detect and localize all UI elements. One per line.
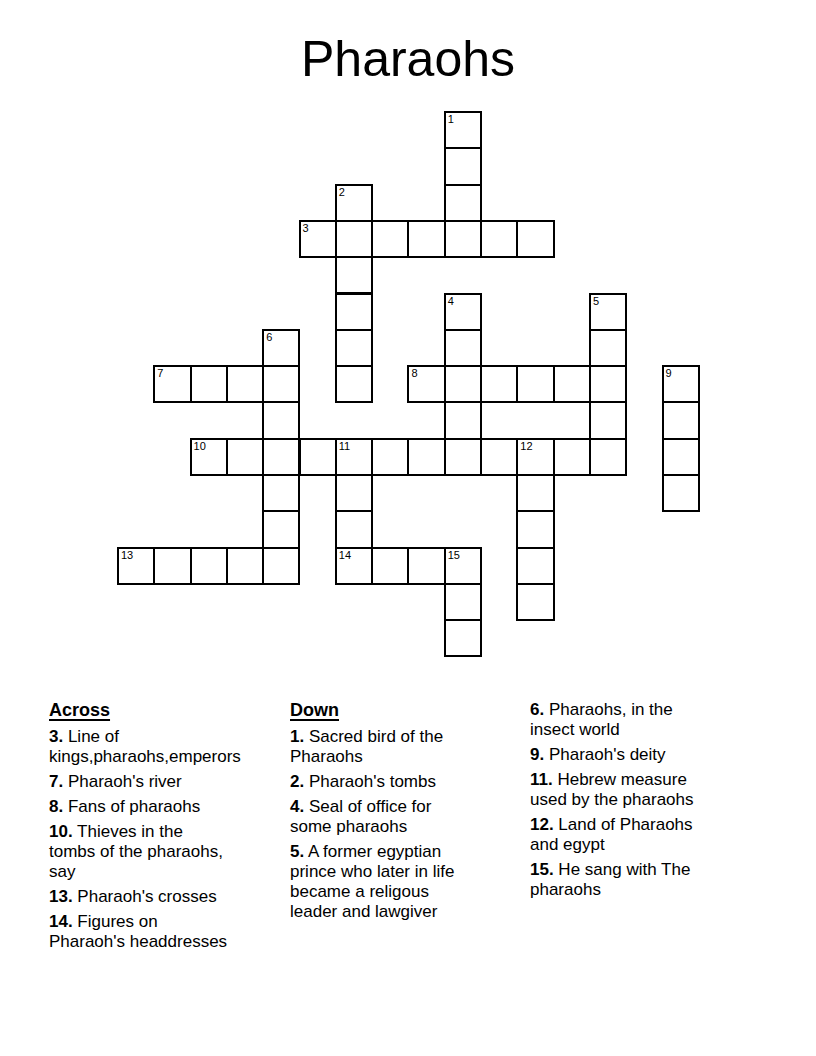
grid-cell[interactable] xyxy=(335,474,373,512)
down-clues-list-2: 6. Pharaohs, in the insect world9. Phara… xyxy=(530,700,705,900)
crossword-worksheet-page: Pharaohs 123456789101112131415 Across 3.… xyxy=(0,0,816,1056)
grid-cell[interactable] xyxy=(516,220,554,258)
cell-number: 11 xyxy=(339,440,350,453)
grid-cell[interactable]: 12 xyxy=(516,438,554,476)
down-header: Down xyxy=(290,700,476,720)
grid-cell[interactable] xyxy=(516,583,554,621)
grid-cell[interactable] xyxy=(335,329,373,367)
grid-cell[interactable]: 7 xyxy=(153,365,191,403)
clue-item-6: 6. Pharaohs, in the insect world xyxy=(530,700,705,740)
grid-cell[interactable] xyxy=(407,547,445,585)
cell-number: 14 xyxy=(339,549,351,562)
grid-cell[interactable] xyxy=(335,220,373,258)
down-clues-column: Down 1. Sacred bird of the Pharaohs2. Ph… xyxy=(290,700,476,927)
grid-cell[interactable] xyxy=(262,510,300,548)
down-clues-column-2: 6. Pharaohs, in the insect world9. Phara… xyxy=(530,700,705,905)
crossword-grid: 123456789101112131415 xyxy=(117,111,701,659)
grid-cell[interactable] xyxy=(444,147,482,185)
clue-number: 14. xyxy=(49,912,73,931)
cell-number: 8 xyxy=(411,367,417,380)
clue-item-12: 12. Land of Pharaohs and egypt xyxy=(530,815,705,855)
clue-number: 10. xyxy=(49,822,73,841)
clue-item-11: 11. Hebrew measure used by the pharaohs xyxy=(530,770,705,810)
clue-number: 13. xyxy=(49,887,73,906)
grid-cell[interactable] xyxy=(262,365,300,403)
grid-cell[interactable] xyxy=(553,365,591,403)
grid-cell[interactable] xyxy=(262,438,300,476)
grid-cell[interactable] xyxy=(553,438,591,476)
grid-cell[interactable] xyxy=(444,438,482,476)
grid-cell[interactable] xyxy=(516,547,554,585)
grid-cell[interactable]: 1 xyxy=(444,111,482,149)
down-clues-list-1: 1. Sacred bird of the Pharaohs2. Pharaoh… xyxy=(290,727,476,922)
across-clues-list: 3. Line of kings,pharaohs,emperors7. Pha… xyxy=(49,727,233,952)
grid-cell[interactable] xyxy=(444,329,482,367)
grid-cell[interactable] xyxy=(335,365,373,403)
grid-cell[interactable] xyxy=(153,547,191,585)
grid-cell[interactable] xyxy=(662,401,700,439)
grid-cell[interactable]: 9 xyxy=(662,365,700,403)
grid-cell[interactable] xyxy=(371,220,409,258)
clue-item-2: 2. Pharaoh's tombs xyxy=(290,772,476,792)
cell-number: 1 xyxy=(448,113,454,126)
clue-item-7: 7. Pharaoh's river xyxy=(49,772,233,792)
cell-number: 10 xyxy=(194,440,206,453)
grid-cell[interactable] xyxy=(335,256,373,294)
grid-cell[interactable]: 4 xyxy=(444,293,482,331)
cell-number: 15 xyxy=(448,549,460,562)
grid-cell[interactable] xyxy=(371,547,409,585)
grid-cell[interactable] xyxy=(516,510,554,548)
grid-cell[interactable]: 8 xyxy=(407,365,445,403)
cell-number: 7 xyxy=(157,367,163,380)
clue-number: 8. xyxy=(49,797,63,816)
clue-item-3: 3. Line of kings,pharaohs,emperors xyxy=(49,727,233,767)
clue-number: 5. xyxy=(290,842,304,861)
clue-item-5: 5. A former egyptian prince who later in… xyxy=(290,842,476,922)
grid-cell[interactable]: 11 xyxy=(335,438,373,476)
cell-number: 3 xyxy=(303,222,309,235)
clue-number: 7. xyxy=(49,772,63,791)
clue-number: 1. xyxy=(290,727,304,746)
grid-cell[interactable] xyxy=(444,184,482,222)
grid-cell[interactable] xyxy=(480,365,518,403)
clue-number: 12. xyxy=(530,815,554,834)
cell-number: 2 xyxy=(339,186,345,199)
clue-item-1: 1. Sacred bird of the Pharaohs xyxy=(290,727,476,767)
clue-item-9: 9. Pharaoh's deity xyxy=(530,745,705,765)
grid-cell[interactable] xyxy=(407,438,445,476)
grid-cell[interactable] xyxy=(480,220,518,258)
cell-number: 12 xyxy=(520,440,532,453)
cell-number: 6 xyxy=(266,331,272,344)
grid-cell[interactable] xyxy=(262,401,300,439)
cell-number: 5 xyxy=(593,295,599,308)
clue-item-14: 14. Figures on Pharaoh's headdresses xyxy=(49,912,233,952)
grid-cell[interactable] xyxy=(371,438,409,476)
clue-number: 9. xyxy=(530,745,544,764)
grid-cell[interactable] xyxy=(444,220,482,258)
grid-cell[interactable] xyxy=(516,474,554,512)
grid-cell[interactable] xyxy=(589,438,627,476)
clue-item-13: 13. Pharaoh's crosses xyxy=(49,887,233,907)
grid-cell[interactable] xyxy=(662,474,700,512)
grid-cell[interactable]: 6 xyxy=(262,329,300,367)
grid-cell[interactable]: 2 xyxy=(335,184,373,222)
grid-cell[interactable] xyxy=(444,583,482,621)
grid-cell[interactable] xyxy=(262,547,300,585)
clue-number: 11. xyxy=(530,770,553,789)
grid-cell[interactable] xyxy=(589,329,627,367)
clue-item-4: 4. Seal of office for some pharaohs xyxy=(290,797,476,837)
clue-item-8: 8. Fans of pharaohs xyxy=(49,797,233,817)
grid-cell[interactable] xyxy=(444,365,482,403)
clue-number: 15. xyxy=(530,860,554,879)
grid-cell[interactable] xyxy=(262,474,300,512)
across-clues-column: Across 3. Line of kings,pharaohs,emperor… xyxy=(49,700,233,957)
grid-cell[interactable] xyxy=(335,510,373,548)
grid-cell[interactable]: 14 xyxy=(335,547,373,585)
grid-cell[interactable] xyxy=(226,438,264,476)
grid-cell[interactable] xyxy=(335,293,373,331)
grid-cell[interactable] xyxy=(589,365,627,403)
grid-cell[interactable] xyxy=(444,619,482,657)
grid-cell[interactable]: 5 xyxy=(589,293,627,331)
grid-cell[interactable]: 10 xyxy=(190,438,228,476)
grid-cell[interactable] xyxy=(589,401,627,439)
clue-number: 4. xyxy=(290,797,304,816)
grid-cell[interactable] xyxy=(516,365,554,403)
across-header: Across xyxy=(49,700,233,720)
clue-number: 3. xyxy=(49,727,63,746)
grid-cell[interactable] xyxy=(226,365,264,403)
grid-cell[interactable]: 3 xyxy=(299,220,337,258)
grid-cell[interactable] xyxy=(480,438,518,476)
clue-item-15: 15. He sang with The pharaohs xyxy=(530,860,705,900)
clue-number: 2. xyxy=(290,772,304,791)
clue-number: 6. xyxy=(530,700,544,719)
grid-cell[interactable]: 15 xyxy=(444,547,482,585)
cell-number: 9 xyxy=(666,367,672,380)
grid-cell[interactable] xyxy=(444,401,482,439)
grid-cell[interactable] xyxy=(190,547,228,585)
grid-cell[interactable]: 13 xyxy=(117,547,155,585)
clue-item-10: 10. Thieves in the tombs of the pharaohs… xyxy=(49,822,233,882)
puzzle-title: Pharaohs xyxy=(0,33,816,85)
cell-number: 4 xyxy=(448,295,454,308)
grid-cell[interactable] xyxy=(299,438,337,476)
cell-number: 13 xyxy=(121,549,133,562)
grid-cell[interactable] xyxy=(407,220,445,258)
grid-cell[interactable] xyxy=(190,365,228,403)
grid-cell[interactable] xyxy=(226,547,264,585)
grid-cell[interactable] xyxy=(662,438,700,476)
